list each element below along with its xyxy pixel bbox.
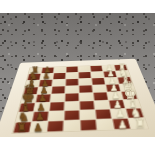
square[interactable]	[94, 100, 110, 109]
square[interactable]: ♟	[32, 111, 49, 121]
square[interactable]	[65, 85, 79, 93]
piece-black-pawn[interactable]: ♟	[33, 122, 43, 133]
square[interactable]	[65, 93, 80, 102]
square[interactable]	[78, 78, 92, 85]
board-grid: ♜♟♟♜♞♟♟♞♝♟♟♝♛♟♟♛♚♟♟♚♝♟♟♝♞♟♟♞♜♟♟♜	[13, 65, 148, 134]
square[interactable]	[80, 110, 96, 120]
piece-black-rook[interactable]: ♜	[15, 122, 26, 134]
square[interactable]	[48, 111, 64, 121]
square[interactable]	[79, 101, 95, 110]
square[interactable]: ♟	[112, 118, 131, 129]
photo-scene: ♜♟♟♜♞♟♟♞♝♟♟♝♛♟♟♛♚♟♟♚♝♟♟♝♞♟♟♞♜♟♟♜	[0, 0, 155, 155]
square[interactable]	[80, 119, 97, 130]
square[interactable]: ♜	[128, 118, 148, 129]
piece-white-pawn[interactable]: ♟	[117, 119, 127, 130]
chess-board: ♜♟♟♜♞♟♟♞♝♟♟♝♛♟♟♛♚♟♟♚♝♟♟♝♞♟♟♞♜♟♟♜	[0, 59, 155, 146]
marble-board-frame: ♜♟♟♜♞♟♟♞♝♟♟♝♛♟♟♛♚♟♟♚♝♟♟♝♞♟♟♞♜♟♟♜	[0, 59, 155, 146]
square[interactable]	[50, 93, 65, 102]
letterbox-bottom	[0, 137, 155, 155]
square[interactable]	[63, 120, 80, 131]
square[interactable]	[65, 79, 78, 86]
square[interactable]	[95, 109, 112, 119]
piece-white-rook[interactable]: ♜	[134, 118, 145, 130]
square[interactable]	[64, 110, 80, 120]
square[interactable]	[47, 121, 64, 132]
square[interactable]	[79, 93, 94, 102]
letterbox-top	[0, 0, 155, 13]
square[interactable]: ♟	[30, 121, 48, 132]
